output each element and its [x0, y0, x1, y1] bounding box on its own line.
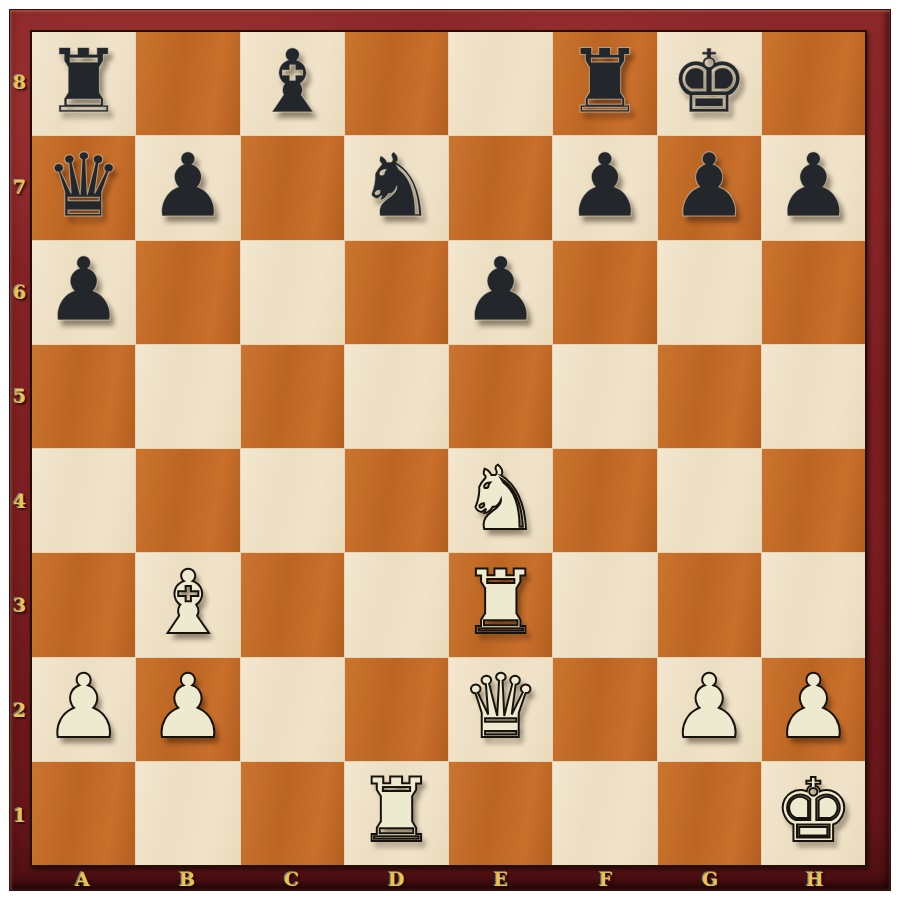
square-g8[interactable]: ♚ [658, 32, 761, 135]
square-d8[interactable] [345, 32, 448, 135]
rank-label-3: 3 [9, 553, 30, 658]
square-a6[interactable]: ♟ [32, 241, 135, 344]
square-a7[interactable]: ♛ [32, 136, 135, 239]
file-label-d: D [344, 867, 449, 890]
square-g6[interactable] [658, 241, 761, 344]
piece-white-rook: ♜ [461, 559, 540, 647]
piece-white-pawn: ♟ [148, 663, 227, 751]
piece-black-rook: ♜ [44, 38, 123, 126]
square-b6[interactable] [136, 241, 239, 344]
piece-black-knight: ♞ [357, 142, 436, 230]
square-a3[interactable] [32, 553, 135, 656]
square-f6[interactable] [553, 241, 656, 344]
square-f3[interactable] [553, 553, 656, 656]
file-label-h: H [762, 867, 867, 890]
square-e1[interactable] [449, 762, 552, 865]
square-c5[interactable] [241, 345, 344, 448]
square-d4[interactable] [345, 449, 448, 552]
rank-label-1: 1 [9, 762, 30, 867]
square-b5[interactable] [136, 345, 239, 448]
square-f8[interactable]: ♜ [553, 32, 656, 135]
square-d6[interactable] [345, 241, 448, 344]
square-b1[interactable] [136, 762, 239, 865]
rank-label-2: 2 [9, 658, 30, 763]
chess-board: ♜♝♜♚♛♟♞♟♟♟♟♟♞♝♜♟♟♛♟♟♜♚ [30, 30, 867, 867]
piece-black-queen: ♛ [44, 142, 123, 230]
square-f7[interactable]: ♟ [553, 136, 656, 239]
piece-white-pawn: ♟ [44, 663, 123, 751]
rank-label-5: 5 [9, 344, 30, 449]
square-d3[interactable] [345, 553, 448, 656]
square-c4[interactable] [241, 449, 344, 552]
square-c6[interactable] [241, 241, 344, 344]
square-g2[interactable]: ♟ [658, 658, 761, 761]
piece-black-king: ♚ [670, 38, 749, 126]
square-b8[interactable] [136, 32, 239, 135]
square-h6[interactable] [762, 241, 865, 344]
square-e4[interactable]: ♞ [449, 449, 552, 552]
piece-white-bishop: ♝ [148, 559, 227, 647]
file-label-e: E [449, 867, 554, 890]
square-h3[interactable] [762, 553, 865, 656]
square-e6[interactable]: ♟ [449, 241, 552, 344]
piece-black-pawn: ♟ [774, 142, 853, 230]
square-h8[interactable] [762, 32, 865, 135]
piece-black-pawn: ♟ [148, 142, 227, 230]
piece-white-knight: ♞ [461, 455, 540, 543]
piece-black-bishop: ♝ [253, 38, 332, 126]
file-label-a: A [30, 867, 135, 890]
square-a1[interactable] [32, 762, 135, 865]
square-d1[interactable]: ♜ [345, 762, 448, 865]
piece-black-pawn: ♟ [44, 246, 123, 334]
rank-label-7: 7 [9, 135, 30, 240]
rank-label-4: 4 [9, 449, 30, 554]
square-a4[interactable] [32, 449, 135, 552]
square-e3[interactable]: ♜ [449, 553, 552, 656]
piece-white-king: ♚ [774, 767, 853, 855]
square-c2[interactable] [241, 658, 344, 761]
file-labels: ABCDEFGH [30, 867, 867, 890]
file-label-g: G [658, 867, 763, 890]
file-label-c: C [239, 867, 344, 890]
piece-black-pawn: ♟ [565, 142, 644, 230]
piece-white-pawn: ♟ [670, 663, 749, 751]
piece-black-pawn: ♟ [670, 142, 749, 230]
square-a2[interactable]: ♟ [32, 658, 135, 761]
square-h5[interactable] [762, 345, 865, 448]
square-a5[interactable] [32, 345, 135, 448]
file-label-f: F [553, 867, 658, 890]
square-b3[interactable]: ♝ [136, 553, 239, 656]
square-f1[interactable] [553, 762, 656, 865]
square-b7[interactable]: ♟ [136, 136, 239, 239]
square-f4[interactable] [553, 449, 656, 552]
square-g3[interactable] [658, 553, 761, 656]
square-d2[interactable] [345, 658, 448, 761]
square-c3[interactable] [241, 553, 344, 656]
piece-black-rook: ♜ [565, 38, 644, 126]
square-e8[interactable] [449, 32, 552, 135]
square-h4[interactable] [762, 449, 865, 552]
piece-white-queen: ♛ [461, 663, 540, 751]
square-h2[interactable]: ♟ [762, 658, 865, 761]
square-c7[interactable] [241, 136, 344, 239]
square-g1[interactable] [658, 762, 761, 865]
chess-diagram: 87654321 ABCDEFGH ♜♝♜♚♛♟♞♟♟♟♟♟♞♝♜♟♟♛♟♟♜♚ [0, 0, 900, 900]
square-e2[interactable]: ♛ [449, 658, 552, 761]
square-f5[interactable] [553, 345, 656, 448]
square-b2[interactable]: ♟ [136, 658, 239, 761]
rank-label-6: 6 [9, 239, 30, 344]
square-e7[interactable] [449, 136, 552, 239]
square-d7[interactable]: ♞ [345, 136, 448, 239]
square-e5[interactable] [449, 345, 552, 448]
square-g7[interactable]: ♟ [658, 136, 761, 239]
square-g4[interactable] [658, 449, 761, 552]
rank-label-8: 8 [9, 30, 30, 135]
square-c1[interactable] [241, 762, 344, 865]
square-d5[interactable] [345, 345, 448, 448]
square-h1[interactable]: ♚ [762, 762, 865, 865]
square-b4[interactable] [136, 449, 239, 552]
square-a8[interactable]: ♜ [32, 32, 135, 135]
piece-white-rook: ♜ [357, 767, 436, 855]
file-label-b: B [135, 867, 240, 890]
square-f2[interactable] [553, 658, 656, 761]
square-g5[interactable] [658, 345, 761, 448]
piece-white-pawn: ♟ [774, 663, 853, 751]
piece-black-pawn: ♟ [461, 246, 540, 334]
square-c8[interactable]: ♝ [241, 32, 344, 135]
square-h7[interactable]: ♟ [762, 136, 865, 239]
rank-labels: 87654321 [9, 30, 30, 867]
